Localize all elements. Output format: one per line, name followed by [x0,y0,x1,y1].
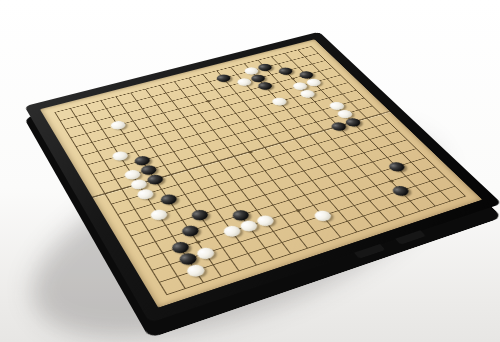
stone-black[interactable] [138,164,159,177]
stone-white[interactable] [269,96,289,107]
stone-black[interactable] [179,224,201,239]
stone-black[interactable] [214,73,233,83]
stone-black[interactable] [229,208,251,222]
stone-black[interactable] [144,173,165,186]
stone-white[interactable] [237,219,260,234]
stone-white[interactable] [108,119,127,130]
star-point [205,100,210,103]
stone-white[interactable] [311,209,334,223]
star-point [247,151,252,154]
star-point [295,209,301,213]
stone-white[interactable] [194,246,217,262]
stone-black[interactable] [176,251,199,267]
go-board-photo-scene [0,0,500,342]
stone-white[interactable] [148,208,170,222]
stone-white[interactable] [220,224,243,239]
stone-white[interactable] [128,178,149,191]
stone-black[interactable] [389,184,412,197]
stone-black[interactable] [132,154,152,167]
stone-white[interactable] [110,150,130,162]
stone-black[interactable] [158,193,179,207]
stone-white[interactable] [254,213,277,227]
stone-black[interactable] [169,240,192,255]
stone-white[interactable] [297,89,317,100]
star-point [195,240,201,244]
star-point [152,178,157,181]
stone-black[interactable] [188,208,210,222]
stone-white[interactable] [134,187,155,201]
star-point [388,179,394,182]
stone-black[interactable] [276,66,295,76]
stone-white[interactable] [122,168,143,181]
stone-black[interactable] [255,81,274,91]
go-grid[interactable] [54,46,466,295]
star-point [290,77,295,80]
stone-white[interactable] [184,263,207,279]
stone-black[interactable] [386,160,408,173]
